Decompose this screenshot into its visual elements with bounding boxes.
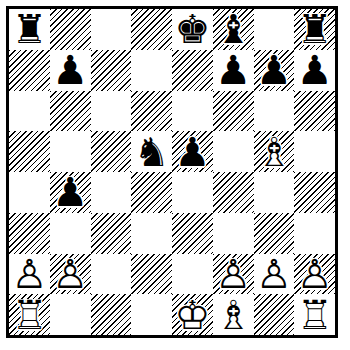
black-pawn-piece: ♟ [294,50,335,91]
square-a8[interactable]: ♜ [9,9,50,50]
square-b6[interactable] [50,91,91,132]
square-a3[interactable] [9,213,50,254]
square-h4[interactable] [294,172,335,213]
square-h6[interactable] [294,91,335,132]
square-c7[interactable] [91,50,132,91]
square-h3[interactable] [294,213,335,254]
square-e1[interactable]: ♚♔ [172,294,213,335]
square-b3[interactable] [50,213,91,254]
square-e6[interactable] [172,91,213,132]
square-g5[interactable]: ♝♗ [254,131,295,172]
black-pawn-glyph: ♟ [213,50,254,91]
chess-board: ♜♚♝♜♟♟♟♟♞♟♝♗♟♟♙♟♙♟♙♟♙♟♙♜♖♚♔♝♗♜♖ [6,6,338,338]
white-king-outline: ♔ [172,294,213,335]
white-pawn-outline: ♙ [294,254,335,295]
white-pawn-piece: ♟♙ [50,254,91,295]
square-a7[interactable] [9,50,50,91]
square-h2[interactable]: ♟♙ [294,254,335,295]
black-bishop-piece: ♝ [213,9,254,50]
square-e7[interactable] [172,50,213,91]
square-f3[interactable] [213,213,254,254]
square-f7[interactable]: ♟ [213,50,254,91]
square-b8[interactable] [50,9,91,50]
square-g3[interactable] [254,213,295,254]
white-pawn-piece: ♟♙ [254,254,295,295]
white-pawn-outline: ♙ [9,254,50,295]
square-d3[interactable] [131,213,172,254]
square-b4[interactable]: ♟ [50,172,91,213]
square-d6[interactable] [131,91,172,132]
square-f1[interactable]: ♝♗ [213,294,254,335]
square-c1[interactable] [91,294,132,335]
black-king-glyph: ♚ [172,9,213,50]
square-c8[interactable] [91,9,132,50]
black-pawn-piece: ♟ [213,50,254,91]
square-g2[interactable]: ♟♙ [254,254,295,295]
square-g7[interactable]: ♟ [254,50,295,91]
square-f2[interactable]: ♟♙ [213,254,254,295]
black-knight-glyph: ♞ [131,131,172,172]
square-e5[interactable]: ♟ [172,131,213,172]
square-c2[interactable] [91,254,132,295]
white-rook-outline: ♖ [9,294,50,335]
square-b2[interactable]: ♟♙ [50,254,91,295]
black-pawn-glyph: ♟ [254,50,295,91]
black-pawn-glyph: ♟ [50,172,91,213]
square-c5[interactable] [91,131,132,172]
square-e3[interactable] [172,213,213,254]
black-pawn-piece: ♟ [254,50,295,91]
square-d2[interactable] [131,254,172,295]
black-knight-piece: ♞ [131,131,172,172]
black-pawn-glyph: ♟ [50,50,91,91]
black-pawn-glyph: ♟ [294,50,335,91]
black-bishop-glyph: ♝ [213,9,254,50]
black-rook-piece: ♜ [9,9,50,50]
white-pawn-outline: ♙ [213,254,254,295]
black-king-piece: ♚ [172,9,213,50]
square-b7[interactable]: ♟ [50,50,91,91]
white-rook-outline: ♖ [294,294,335,335]
square-f4[interactable] [213,172,254,213]
square-d1[interactable] [131,294,172,335]
square-c4[interactable] [91,172,132,213]
square-d4[interactable] [131,172,172,213]
square-g4[interactable] [254,172,295,213]
square-a6[interactable] [9,91,50,132]
square-h8[interactable]: ♜ [294,9,335,50]
black-rook-glyph: ♜ [9,9,50,50]
square-h1[interactable]: ♜♖ [294,294,335,335]
square-e4[interactable] [172,172,213,213]
square-g1[interactable] [254,294,295,335]
white-pawn-piece: ♟♙ [294,254,335,295]
square-g8[interactable] [254,9,295,50]
black-pawn-piece: ♟ [50,172,91,213]
black-rook-piece: ♜ [294,9,335,50]
black-rook-glyph: ♜ [294,9,335,50]
square-h7[interactable]: ♟ [294,50,335,91]
square-a4[interactable] [9,172,50,213]
square-c3[interactable] [91,213,132,254]
square-b5[interactable] [50,131,91,172]
square-f8[interactable]: ♝ [213,9,254,50]
square-e2[interactable] [172,254,213,295]
white-rook-piece: ♜♖ [9,294,50,335]
square-a5[interactable] [9,131,50,172]
square-a1[interactable]: ♜♖ [9,294,50,335]
white-bishop-piece: ♝♗ [254,131,295,172]
square-e8[interactable]: ♚ [172,9,213,50]
black-pawn-piece: ♟ [172,131,213,172]
square-h5[interactable] [294,131,335,172]
black-pawn-piece: ♟ [50,50,91,91]
white-bishop-outline: ♗ [254,131,295,172]
white-pawn-outline: ♙ [254,254,295,295]
white-king-piece: ♚♔ [172,294,213,335]
white-pawn-piece: ♟♙ [9,254,50,295]
page: ♜♚♝♜♟♟♟♟♞♟♝♗♟♟♙♟♙♟♙♟♙♟♙♜♖♚♔♝♗♜♖ [0,0,350,350]
square-g6[interactable] [254,91,295,132]
white-pawn-outline: ♙ [50,254,91,295]
square-d8[interactable] [131,9,172,50]
white-bishop-piece: ♝♗ [213,294,254,335]
white-rook-piece: ♜♖ [294,294,335,335]
white-pawn-piece: ♟♙ [213,254,254,295]
square-d7[interactable] [131,50,172,91]
square-a2[interactable]: ♟♙ [9,254,50,295]
white-bishop-outline: ♗ [213,294,254,335]
square-f5[interactable] [213,131,254,172]
black-pawn-glyph: ♟ [172,131,213,172]
square-d5[interactable]: ♞ [131,131,172,172]
square-b1[interactable] [50,294,91,335]
square-c6[interactable] [91,91,132,132]
square-f6[interactable] [213,91,254,132]
